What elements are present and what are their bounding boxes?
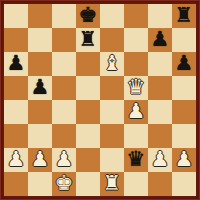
square-d2[interactable] [76,148,100,172]
square-d4[interactable] [76,100,100,124]
square-a4[interactable] [4,100,28,124]
piece-black-pawn[interactable]: ♟ [175,53,194,74]
square-g3[interactable] [148,124,172,148]
square-f7[interactable] [124,28,148,52]
square-c7[interactable] [52,28,76,52]
square-a7[interactable] [4,28,28,52]
square-b3[interactable] [28,124,52,148]
square-g4[interactable] [148,100,172,124]
square-a3[interactable] [4,124,28,148]
square-d3[interactable] [76,124,100,148]
square-f2[interactable]: ♛ [124,148,148,172]
piece-white-pawn[interactable]: ♟ [127,101,146,122]
square-h6[interactable]: ♟ [172,52,196,76]
chess-board: ♚♜♜♟♟♝♟♟♛♟♟♟♟♛♟♟♚♜ [4,4,196,196]
piece-white-king[interactable]: ♚ [55,173,74,194]
piece-black-queen[interactable]: ♛ [127,149,146,170]
square-f8[interactable] [124,4,148,28]
square-c6[interactable] [52,52,76,76]
square-e8[interactable] [100,4,124,28]
square-f1[interactable] [124,172,148,196]
square-f5[interactable]: ♛ [124,76,148,100]
square-h4[interactable] [172,100,196,124]
piece-white-bishop[interactable]: ♝ [103,53,122,74]
square-g1[interactable] [148,172,172,196]
square-e3[interactable] [100,124,124,148]
square-b6[interactable] [28,52,52,76]
square-d7[interactable]: ♜ [76,28,100,52]
square-c1[interactable]: ♚ [52,172,76,196]
square-d5[interactable] [76,76,100,100]
square-b8[interactable] [28,4,52,28]
piece-black-rook[interactable]: ♜ [79,29,98,50]
piece-black-rook[interactable]: ♜ [175,5,194,26]
square-a6[interactable]: ♟ [4,52,28,76]
square-e6[interactable]: ♝ [100,52,124,76]
piece-black-pawn[interactable]: ♟ [7,53,26,74]
square-h8[interactable]: ♜ [172,4,196,28]
piece-black-pawn[interactable]: ♟ [31,77,50,98]
square-g6[interactable] [148,52,172,76]
piece-white-pawn[interactable]: ♟ [175,149,194,170]
square-h1[interactable] [172,172,196,196]
square-b1[interactable] [28,172,52,196]
square-c4[interactable] [52,100,76,124]
square-e2[interactable] [100,148,124,172]
square-d1[interactable] [76,172,100,196]
square-e5[interactable] [100,76,124,100]
board-frame: ♚♜♜♟♟♝♟♟♛♟♟♟♟♛♟♟♚♜ [0,0,200,200]
square-a5[interactable] [4,76,28,100]
square-a2[interactable]: ♟ [4,148,28,172]
square-e4[interactable] [100,100,124,124]
square-c2[interactable]: ♟ [52,148,76,172]
square-f3[interactable] [124,124,148,148]
square-d6[interactable] [76,52,100,76]
square-f4[interactable]: ♟ [124,100,148,124]
square-g8[interactable] [148,4,172,28]
piece-black-pawn[interactable]: ♟ [151,29,170,50]
piece-white-pawn[interactable]: ♟ [55,149,74,170]
square-a1[interactable] [4,172,28,196]
square-h3[interactable] [172,124,196,148]
square-e7[interactable] [100,28,124,52]
square-f6[interactable] [124,52,148,76]
square-b5[interactable]: ♟ [28,76,52,100]
square-h7[interactable] [172,28,196,52]
square-c8[interactable] [52,4,76,28]
square-b4[interactable] [28,100,52,124]
square-g5[interactable] [148,76,172,100]
piece-black-king[interactable]: ♚ [79,5,98,26]
piece-white-pawn[interactable]: ♟ [31,149,50,170]
square-g7[interactable]: ♟ [148,28,172,52]
square-h5[interactable] [172,76,196,100]
square-e1[interactable]: ♜ [100,172,124,196]
piece-white-rook[interactable]: ♜ [103,173,122,194]
square-a8[interactable] [4,4,28,28]
square-b7[interactable] [28,28,52,52]
piece-white-pawn[interactable]: ♟ [7,149,26,170]
square-g2[interactable]: ♟ [148,148,172,172]
square-d8[interactable]: ♚ [76,4,100,28]
square-c3[interactable] [52,124,76,148]
square-b2[interactable]: ♟ [28,148,52,172]
square-h2[interactable]: ♟ [172,148,196,172]
square-c5[interactable] [52,76,76,100]
piece-white-queen[interactable]: ♛ [127,77,146,98]
piece-white-pawn[interactable]: ♟ [151,149,170,170]
